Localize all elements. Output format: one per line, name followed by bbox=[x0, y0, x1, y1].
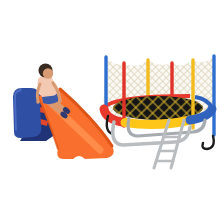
product-photo bbox=[0, 0, 224, 224]
pad-segment-yellow bbox=[125, 120, 190, 125]
child-hand-right bbox=[58, 99, 62, 103]
child-hand-left bbox=[36, 100, 40, 104]
child-face bbox=[43, 68, 53, 78]
product-photo-canvas bbox=[0, 0, 224, 224]
